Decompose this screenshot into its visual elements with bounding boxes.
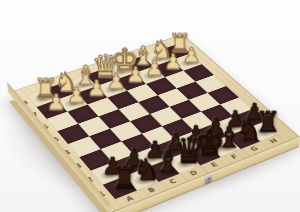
product-photo: ♜♞♝♛♚♝♞♜♟♟♟♟♟♟♟♟♟♟♟♟♟♟♟♟♜♞♝♛♚♝♞♜ ABCDEFG…: [0, 0, 300, 212]
chessboard: ♜♞♝♛♚♝♞♜♟♟♟♟♟♟♟♟♟♟♟♟♟♟♟♟♜♞♝♛♚♝♞♜ ABCDEFG…: [8, 34, 299, 212]
light-pawn-piece[interactable]: ♟: [46, 93, 66, 114]
light-pawn-piece[interactable]: ♟: [86, 79, 105, 100]
light-pawn-piece[interactable]: ♟: [145, 60, 164, 80]
light-pawn-piece[interactable]: ♟: [163, 53, 182, 73]
board-frame: ♜♞♝♛♚♝♞♜♟♟♟♟♟♟♟♟♟♟♟♟♟♟♟♟♜♞♝♛♚♝♞♜ ABCDEFG…: [8, 34, 299, 212]
light-pawn-piece[interactable]: ♟: [126, 66, 145, 86]
light-pawn-piece[interactable]: ♟: [66, 86, 86, 107]
light-pawn-piece[interactable]: ♟: [106, 73, 125, 93]
light-pawn-piece[interactable]: ♟: [182, 47, 201, 67]
scene: ♜♞♝♛♚♝♞♜♟♟♟♟♟♟♟♟♟♟♟♟♟♟♟♟♜♞♝♛♚♝♞♜ ABCDEFG…: [0, 0, 300, 212]
board-grid: ♜♞♝♛♚♝♞♜♟♟♟♟♟♟♟♟♟♟♟♟♟♟♟♟♜♞♝♛♚♝♞♜: [27, 44, 280, 200]
latch-clasp-icon[interactable]: [205, 174, 212, 184]
dark-rook-piece[interactable]: ♜: [111, 165, 138, 193]
